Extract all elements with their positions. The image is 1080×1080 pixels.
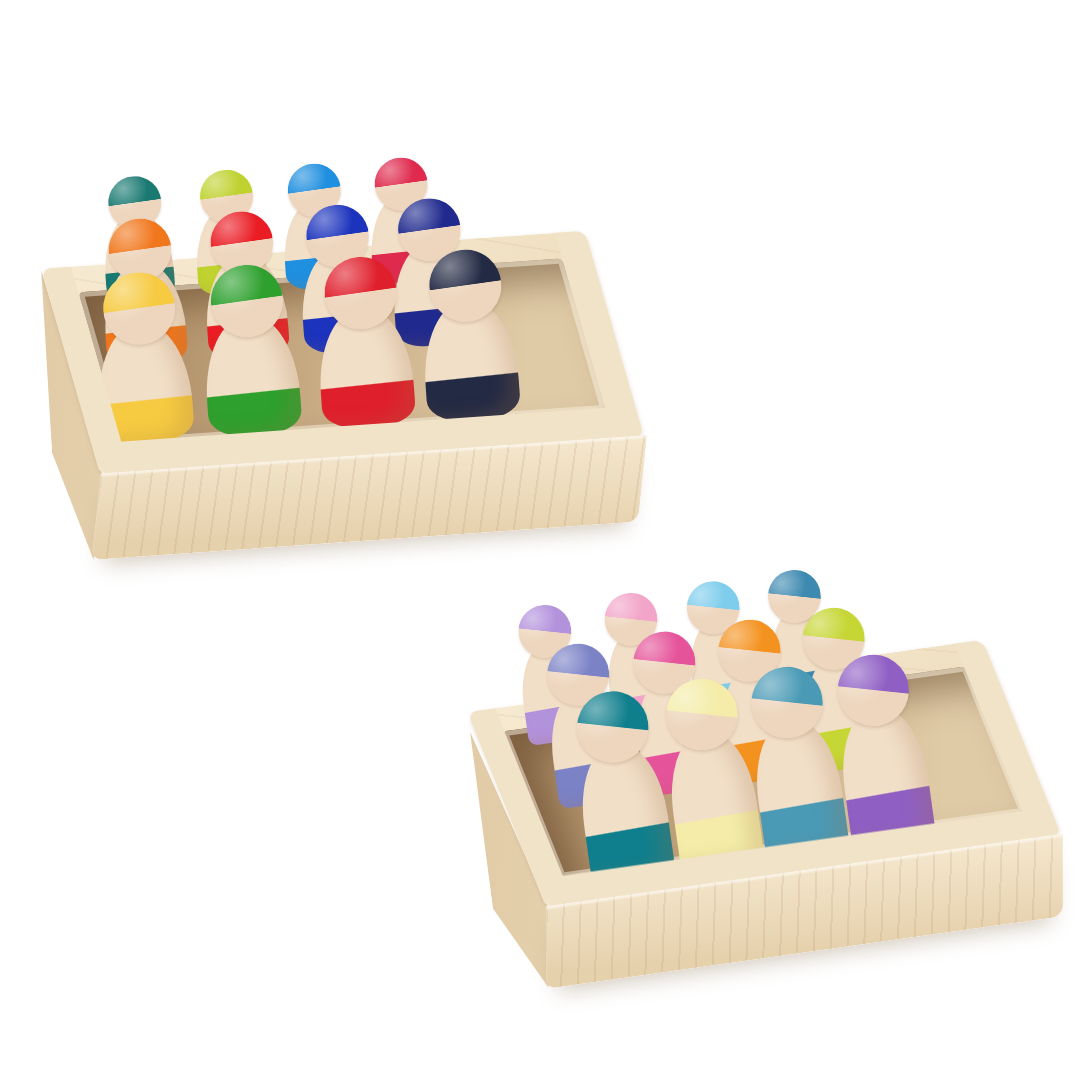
product-photo-scene xyxy=(0,0,1080,1080)
peg-doll-rainbow-front-3-red xyxy=(311,254,418,430)
peg-doll-rainbow-front-1-yellow xyxy=(89,269,196,445)
peg-doll-rainbow-front-4-dark-navy xyxy=(415,246,522,422)
tray-pastel xyxy=(421,511,1080,1080)
peg-doll-rainbow-front-2-green xyxy=(197,262,304,438)
